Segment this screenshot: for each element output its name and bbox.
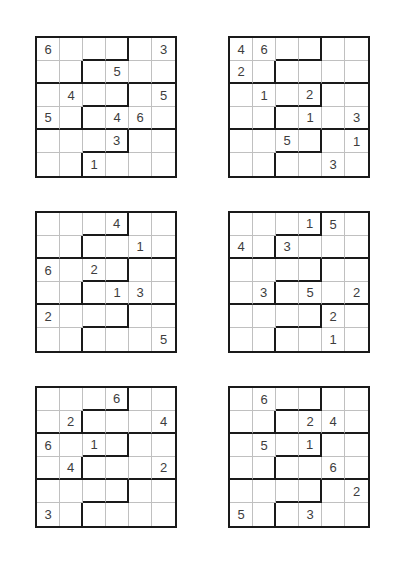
puzzle-3-cell-r1c6[interactable] bbox=[152, 213, 175, 236]
puzzle-4-cell-r4c5[interactable] bbox=[322, 282, 345, 305]
puzzle-1-cell-r2c2[interactable] bbox=[60, 61, 83, 84]
puzzle-5-cell-r6c4[interactable] bbox=[106, 503, 129, 526]
puzzle-5-cell-r1c2[interactable] bbox=[60, 388, 83, 411]
puzzle-4: 154335221 bbox=[228, 211, 370, 353]
puzzle-2-cell-r2c1: 2 bbox=[230, 61, 253, 84]
puzzle-4-cell-r3c5[interactable] bbox=[322, 259, 345, 282]
puzzle-4-cell-r3c4[interactable] bbox=[299, 259, 322, 282]
puzzle-5-cell-r4c1[interactable] bbox=[37, 457, 60, 480]
puzzle-3-cell-r5c5[interactable] bbox=[129, 305, 152, 328]
puzzle-4-cell-r5c1[interactable] bbox=[230, 305, 253, 328]
puzzle-5-cell-r1c5[interactable] bbox=[129, 388, 152, 411]
puzzle-6-cell-r2c1[interactable] bbox=[230, 411, 253, 434]
puzzle-3-cell-r1c3[interactable] bbox=[83, 213, 106, 236]
puzzle-1-cell-r3c4[interactable] bbox=[106, 84, 129, 107]
puzzle-1-cell-r2c3[interactable] bbox=[83, 61, 106, 84]
puzzle-3-cell-r5c1: 2 bbox=[37, 305, 60, 328]
puzzle-1-cell-r4c5: 6 bbox=[129, 107, 152, 130]
puzzle-2-cell-r3c6[interactable] bbox=[345, 84, 368, 107]
puzzle-4-cell-r1c2[interactable] bbox=[253, 213, 276, 236]
puzzle-3-cell-r3c1: 6 bbox=[37, 259, 60, 282]
puzzle-2-cell-r1c1: 4 bbox=[230, 38, 253, 61]
puzzle-2-cell-r3c4: 2 bbox=[299, 84, 322, 107]
puzzle-2-cell-r6c3[interactable] bbox=[276, 153, 299, 176]
puzzle-4-cell-r2c6[interactable] bbox=[345, 236, 368, 259]
puzzle-3: 41621325 bbox=[35, 211, 177, 353]
puzzle-4-cell-r6c1[interactable] bbox=[230, 328, 253, 351]
puzzle-1-cell-r5c4: 3 bbox=[106, 130, 129, 153]
puzzle-2-cell-r3c2: 1 bbox=[253, 84, 276, 107]
puzzle-1-cell-r6c1[interactable] bbox=[37, 153, 60, 176]
puzzle-5-cell-r4c3[interactable] bbox=[83, 457, 106, 480]
puzzle-1-cell-r6c2[interactable] bbox=[60, 153, 83, 176]
puzzle-5-cell-r2c6: 4 bbox=[152, 411, 175, 434]
puzzle-4-cell-r5c5: 2 bbox=[322, 305, 345, 328]
puzzle-6-cell-r5c5[interactable] bbox=[322, 480, 345, 503]
puzzle-3-cell-r3c3: 2 bbox=[83, 259, 106, 282]
puzzle-6-cell-r5c1[interactable] bbox=[230, 480, 253, 503]
puzzle-3-cell-r6c3[interactable] bbox=[83, 328, 106, 351]
puzzle-3-cell-r2c2[interactable] bbox=[60, 236, 83, 259]
puzzle-4-cell-r1c6[interactable] bbox=[345, 213, 368, 236]
puzzle-6-cell-r6c3[interactable] bbox=[276, 503, 299, 526]
puzzle-6-cell-r1c1[interactable] bbox=[230, 388, 253, 411]
puzzle-6-cell-r5c6: 2 bbox=[345, 480, 368, 503]
puzzle-5-cell-r6c2[interactable] bbox=[60, 503, 83, 526]
puzzle-4-cell-r1c3[interactable] bbox=[276, 213, 299, 236]
puzzle-2-cell-r2c6[interactable] bbox=[345, 61, 368, 84]
puzzle-2-cell-r5c6: 1 bbox=[345, 130, 368, 153]
puzzle-1-cell-r5c1[interactable] bbox=[37, 130, 60, 153]
puzzle-1-cell-r1c3[interactable] bbox=[83, 38, 106, 61]
puzzle-1-cell-r6c4[interactable] bbox=[106, 153, 129, 176]
puzzle-5-cell-r1c4: 6 bbox=[106, 388, 129, 411]
puzzle-4-cell-r1c4: 1 bbox=[299, 213, 322, 236]
puzzle-2-cell-r6c6[interactable] bbox=[345, 153, 368, 176]
puzzle-2: 4621213513 bbox=[228, 36, 370, 178]
puzzle-5-cell-r2c4[interactable] bbox=[106, 411, 129, 434]
puzzle-4-cell-r2c5[interactable] bbox=[322, 236, 345, 259]
puzzle-6-cell-r4c2[interactable] bbox=[253, 457, 276, 480]
puzzle-3-cell-r6c4[interactable] bbox=[106, 328, 129, 351]
puzzle-3-cell-r3c5[interactable] bbox=[129, 259, 152, 282]
puzzle-2-cell-r4c3[interactable] bbox=[276, 107, 299, 130]
puzzle-3-cell-r5c4[interactable] bbox=[106, 305, 129, 328]
puzzle-3-cell-r1c1[interactable] bbox=[37, 213, 60, 236]
puzzle-4-cell-r6c6[interactable] bbox=[345, 328, 368, 351]
puzzle-2-cell-r2c2[interactable] bbox=[253, 61, 276, 84]
puzzle-4-cell-r3c1[interactable] bbox=[230, 259, 253, 282]
puzzle-6-cell-r3c1[interactable] bbox=[230, 434, 253, 457]
puzzle-5-cell-r1c1[interactable] bbox=[37, 388, 60, 411]
puzzle-3-cell-r2c3[interactable] bbox=[83, 236, 106, 259]
puzzle-2-cell-r1c5[interactable] bbox=[322, 38, 345, 61]
puzzle-3-cell-r4c2[interactable] bbox=[60, 282, 83, 305]
puzzle-6: 624516253 bbox=[228, 386, 370, 528]
puzzle-3-cell-r4c5: 3 bbox=[129, 282, 152, 305]
puzzle-sheet: 6354554631 4621213513 41621325 154335221… bbox=[0, 0, 400, 566]
puzzle-5-cell-r5c1[interactable] bbox=[37, 480, 60, 503]
puzzle-3-cell-r5c3[interactable] bbox=[83, 305, 106, 328]
puzzle-2-cell-r4c1[interactable] bbox=[230, 107, 253, 130]
puzzle-6-cell-r1c5[interactable] bbox=[322, 388, 345, 411]
puzzle-1-cell-r2c6[interactable] bbox=[152, 61, 175, 84]
puzzle-2-cell-r5c1[interactable] bbox=[230, 130, 253, 153]
puzzle-2-cell-r6c5: 3 bbox=[322, 153, 345, 176]
puzzle-1-cell-r2c4: 5 bbox=[106, 61, 129, 84]
puzzle-1-cell-r4c3[interactable] bbox=[83, 107, 106, 130]
puzzle-6-cell-r6c2[interactable] bbox=[253, 503, 276, 526]
puzzle-6-cell-r2c2[interactable] bbox=[253, 411, 276, 434]
puzzle-1-cell-r4c6[interactable] bbox=[152, 107, 175, 130]
puzzle-5-cell-r6c5[interactable] bbox=[129, 503, 152, 526]
puzzle-4-cell-r2c2[interactable] bbox=[253, 236, 276, 259]
puzzle-3-cell-r2c1[interactable] bbox=[37, 236, 60, 259]
puzzle-5-cell-r5c4[interactable] bbox=[106, 480, 129, 503]
puzzle-3-cell-r2c5: 1 bbox=[129, 236, 152, 259]
puzzle-1-cell-r1c5[interactable] bbox=[129, 38, 152, 61]
puzzle-2-cell-r1c4[interactable] bbox=[299, 38, 322, 61]
puzzle-1-cell-r3c2: 4 bbox=[60, 84, 83, 107]
puzzle-6-cell-r4c1[interactable] bbox=[230, 457, 253, 480]
puzzle-6-cell-r2c5: 4 bbox=[322, 411, 345, 434]
puzzle-4-cell-r3c2[interactable] bbox=[253, 259, 276, 282]
puzzle-1-cell-r4c4: 4 bbox=[106, 107, 129, 130]
puzzle-5-cell-r6c3[interactable] bbox=[83, 503, 106, 526]
puzzle-5-cell-r3c2[interactable] bbox=[60, 434, 83, 457]
puzzle-2-cell-r3c5[interactable] bbox=[322, 84, 345, 107]
puzzle-3-cell-r1c5[interactable] bbox=[129, 213, 152, 236]
puzzle-5-cell-r6c1: 3 bbox=[37, 503, 60, 526]
puzzle-2-cell-r4c6: 3 bbox=[345, 107, 368, 130]
puzzle-3-cell-r1c2[interactable] bbox=[60, 213, 83, 236]
puzzle-6-cell-r5c2[interactable] bbox=[253, 480, 276, 503]
puzzle-4-cell-r6c2[interactable] bbox=[253, 328, 276, 351]
puzzle-4-cell-r4c2: 3 bbox=[253, 282, 276, 305]
puzzle-1-cell-r3c1[interactable] bbox=[37, 84, 60, 107]
puzzle-5-cell-r5c3[interactable] bbox=[83, 480, 106, 503]
puzzle-6-cell-r1c4[interactable] bbox=[299, 388, 322, 411]
puzzle-5-cell-r4c6: 2 bbox=[152, 457, 175, 480]
puzzle-4-cell-r1c5: 5 bbox=[322, 213, 345, 236]
puzzle-3-cell-r3c4[interactable] bbox=[106, 259, 129, 282]
puzzle-2-cell-r4c2[interactable] bbox=[253, 107, 276, 130]
puzzle-6-cell-r3c6[interactable] bbox=[345, 434, 368, 457]
puzzle-4-cell-r5c4[interactable] bbox=[299, 305, 322, 328]
puzzle-6-cell-r1c2: 6 bbox=[253, 388, 276, 411]
puzzle-1-cell-r2c1[interactable] bbox=[37, 61, 60, 84]
puzzle-3-cell-r5c6[interactable] bbox=[152, 305, 175, 328]
puzzle-1-cell-r1c4[interactable] bbox=[106, 38, 129, 61]
puzzle-3-cell-r6c2[interactable] bbox=[60, 328, 83, 351]
puzzle-4-cell-r6c3[interactable] bbox=[276, 328, 299, 351]
puzzle-1-cell-r5c6[interactable] bbox=[152, 130, 175, 153]
puzzle-6-cell-r3c2: 5 bbox=[253, 434, 276, 457]
puzzle-5-cell-r5c5[interactable] bbox=[129, 480, 152, 503]
puzzle-5: 62461423 bbox=[35, 386, 177, 528]
puzzle-6-cell-r6c6[interactable] bbox=[345, 503, 368, 526]
puzzle-1-cell-r6c6[interactable] bbox=[152, 153, 175, 176]
puzzle-4-cell-r3c6[interactable] bbox=[345, 259, 368, 282]
puzzle-4-cell-r5c6[interactable] bbox=[345, 305, 368, 328]
puzzle-3-cell-r4c3[interactable] bbox=[83, 282, 106, 305]
puzzle-4-cell-r2c1: 4 bbox=[230, 236, 253, 259]
puzzle-1-cell-r3c5[interactable] bbox=[129, 84, 152, 107]
puzzle-6-cell-r3c4: 1 bbox=[299, 434, 322, 457]
puzzle-2-cell-r2c4[interactable] bbox=[299, 61, 322, 84]
puzzle-4-cell-r5c2[interactable] bbox=[253, 305, 276, 328]
puzzle-2-cell-r2c3[interactable] bbox=[276, 61, 299, 84]
puzzle-6-cell-r6c4: 3 bbox=[299, 503, 322, 526]
puzzle-5-cell-r5c2[interactable] bbox=[60, 480, 83, 503]
puzzle-3-cell-r2c4[interactable] bbox=[106, 236, 129, 259]
puzzle-2-cell-r6c2[interactable] bbox=[253, 153, 276, 176]
puzzle-2-cell-r1c3[interactable] bbox=[276, 38, 299, 61]
puzzle-4-cell-r4c6: 2 bbox=[345, 282, 368, 305]
puzzle-2-cell-r3c1[interactable] bbox=[230, 84, 253, 107]
puzzle-5-cell-r3c4[interactable] bbox=[106, 434, 129, 457]
puzzle-1-cell-r1c1: 6 bbox=[37, 38, 60, 61]
puzzle-6-cell-r4c3[interactable] bbox=[276, 457, 299, 480]
puzzle-6-cell-r4c6[interactable] bbox=[345, 457, 368, 480]
puzzle-6-cell-r2c3[interactable] bbox=[276, 411, 299, 434]
puzzle-2-cell-r5c5[interactable] bbox=[322, 130, 345, 153]
puzzle-5-cell-r4c5[interactable] bbox=[129, 457, 152, 480]
puzzle-1-cell-r5c2[interactable] bbox=[60, 130, 83, 153]
puzzle-3-cell-r6c5[interactable] bbox=[129, 328, 152, 351]
puzzle-3-cell-r5c2[interactable] bbox=[60, 305, 83, 328]
puzzle-2-cell-r3c3[interactable] bbox=[276, 84, 299, 107]
puzzle-5-cell-r3c3: 1 bbox=[83, 434, 106, 457]
puzzle-2-cell-r4c4: 1 bbox=[299, 107, 322, 130]
puzzle-5-cell-r2c1[interactable] bbox=[37, 411, 60, 434]
puzzle-6-cell-r6c1: 5 bbox=[230, 503, 253, 526]
puzzle-6-cell-r1c3[interactable] bbox=[276, 388, 299, 411]
puzzle-2-cell-r6c1[interactable] bbox=[230, 153, 253, 176]
puzzle-4-cell-r4c4: 5 bbox=[299, 282, 322, 305]
puzzle-4-cell-r2c4[interactable] bbox=[299, 236, 322, 259]
puzzle-6-cell-r2c6[interactable] bbox=[345, 411, 368, 434]
puzzle-1-cell-r3c3[interactable] bbox=[83, 84, 106, 107]
puzzle-6-cell-r3c5[interactable] bbox=[322, 434, 345, 457]
puzzle-4-cell-r6c4[interactable] bbox=[299, 328, 322, 351]
puzzle-6-cell-r4c4[interactable] bbox=[299, 457, 322, 480]
puzzle-3-cell-r3c2[interactable] bbox=[60, 259, 83, 282]
puzzle-6-cell-r4c5: 6 bbox=[322, 457, 345, 480]
puzzle-6-cell-r5c3[interactable] bbox=[276, 480, 299, 503]
puzzle-5-cell-r4c4[interactable] bbox=[106, 457, 129, 480]
puzzle-4-cell-r5c3[interactable] bbox=[276, 305, 299, 328]
puzzle-5-cell-r2c2: 2 bbox=[60, 411, 83, 434]
puzzle-4-cell-r4c3[interactable] bbox=[276, 282, 299, 305]
puzzle-4-cell-r6c5: 1 bbox=[322, 328, 345, 351]
puzzle-3-cell-r2c6[interactable] bbox=[152, 236, 175, 259]
puzzle-1-cell-r5c5[interactable] bbox=[129, 130, 152, 153]
puzzle-6-cell-r5c4[interactable] bbox=[299, 480, 322, 503]
puzzle-6-cell-r3c3[interactable] bbox=[276, 434, 299, 457]
puzzle-2-cell-r2c5[interactable] bbox=[322, 61, 345, 84]
puzzle-3-cell-r6c6: 5 bbox=[152, 328, 175, 351]
puzzle-3-cell-r3c6[interactable] bbox=[152, 259, 175, 282]
puzzle-1-cell-r4c2[interactable] bbox=[60, 107, 83, 130]
puzzle-5-cell-r2c3[interactable] bbox=[83, 411, 106, 434]
puzzle-5-cell-r3c5[interactable] bbox=[129, 434, 152, 457]
puzzle-5-cell-r1c3[interactable] bbox=[83, 388, 106, 411]
puzzle-5-cell-r4c2: 4 bbox=[60, 457, 83, 480]
puzzle-1-cell-r4c1: 5 bbox=[37, 107, 60, 130]
puzzle-3-cell-r4c1[interactable] bbox=[37, 282, 60, 305]
puzzle-1: 6354554631 bbox=[35, 36, 177, 178]
puzzle-1-cell-r1c6: 3 bbox=[152, 38, 175, 61]
puzzle-5-cell-r6c6[interactable] bbox=[152, 503, 175, 526]
puzzle-5-cell-r3c6[interactable] bbox=[152, 434, 175, 457]
puzzle-5-cell-r2c5[interactable] bbox=[129, 411, 152, 434]
puzzle-4-cell-r2c3: 3 bbox=[276, 236, 299, 259]
puzzle-3-cell-r4c4: 1 bbox=[106, 282, 129, 305]
puzzle-2-cell-r6c4[interactable] bbox=[299, 153, 322, 176]
puzzle-6-cell-r6c5[interactable] bbox=[322, 503, 345, 526]
puzzle-3-cell-r1c4: 4 bbox=[106, 213, 129, 236]
puzzle-1-cell-r6c3: 1 bbox=[83, 153, 106, 176]
puzzle-5-cell-r5c6[interactable] bbox=[152, 480, 175, 503]
puzzle-1-cell-r1c2[interactable] bbox=[60, 38, 83, 61]
puzzle-2-cell-r5c4[interactable] bbox=[299, 130, 322, 153]
puzzle-4-cell-r1c1[interactable] bbox=[230, 213, 253, 236]
puzzle-2-cell-r1c6[interactable] bbox=[345, 38, 368, 61]
puzzle-4-cell-r3c3[interactable] bbox=[276, 259, 299, 282]
puzzle-5-cell-r3c1: 6 bbox=[37, 434, 60, 457]
puzzle-3-cell-r4c6[interactable] bbox=[152, 282, 175, 305]
puzzle-1-cell-r3c6: 5 bbox=[152, 84, 175, 107]
puzzle-5-cell-r1c6[interactable] bbox=[152, 388, 175, 411]
puzzle-6-cell-r1c6[interactable] bbox=[345, 388, 368, 411]
puzzle-1-cell-r2c5[interactable] bbox=[129, 61, 152, 84]
puzzle-2-cell-r1c2: 6 bbox=[253, 38, 276, 61]
puzzle-2-cell-r5c3: 5 bbox=[276, 130, 299, 153]
puzzle-2-cell-r5c2[interactable] bbox=[253, 130, 276, 153]
puzzle-6-cell-r2c4: 2 bbox=[299, 411, 322, 434]
puzzle-2-cell-r4c5[interactable] bbox=[322, 107, 345, 130]
puzzle-3-cell-r6c1[interactable] bbox=[37, 328, 60, 351]
puzzle-1-cell-r5c3[interactable] bbox=[83, 130, 106, 153]
puzzle-1-cell-r6c5[interactable] bbox=[129, 153, 152, 176]
puzzle-4-cell-r4c1[interactable] bbox=[230, 282, 253, 305]
